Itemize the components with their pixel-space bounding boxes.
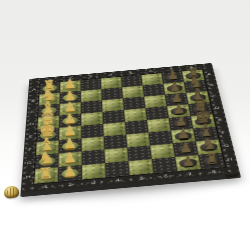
coordinate-label: E	[24, 130, 37, 144]
square-d3[interactable]	[81, 112, 103, 126]
board-grid: ♜♟♟♜♞♟♟♞♝♟♟♝♛♟♟♛♚♟♟♚♝♟♟♝♞♟♟♞♜♟♟♜	[34, 70, 225, 184]
coordinate-label: C	[26, 106, 38, 119]
square-d4[interactable]	[102, 110, 125, 124]
square-f4[interactable]	[104, 135, 128, 150]
coordinate-label: D	[25, 118, 38, 131]
photo-backdrop: 12345678 12345678 ABCDEFGH ABCDEFGH ♜♟♟♜…	[0, 0, 250, 250]
square-c4[interactable]	[102, 98, 124, 111]
coordinate-label: A	[28, 84, 40, 96]
square-c6[interactable]	[144, 95, 167, 108]
square-g6[interactable]	[150, 144, 175, 160]
coordinate-label: H	[21, 169, 35, 185]
board-frame: 12345678 12345678 ABCDEFGH ABCDEFGH ♜♟♟♜…	[21, 63, 240, 193]
square-h6[interactable]	[152, 157, 178, 173]
black-rook[interactable]: ♜	[205, 150, 220, 166]
coordinate-label: G	[22, 156, 36, 171]
square-d5[interactable]	[124, 108, 147, 122]
white-rook[interactable]: ♜	[38, 165, 53, 181]
square-h3[interactable]	[82, 163, 106, 179]
coordinate-label: C	[207, 90, 221, 102]
coordinate-label: F	[23, 142, 36, 156]
square-e4[interactable]	[103, 122, 126, 136]
square-f3[interactable]	[81, 136, 104, 151]
square-h5[interactable]	[128, 159, 153, 175]
square-h8[interactable]: ♜	[198, 153, 225, 169]
chess-board: 12345678 12345678 ABCDEFGH ABCDEFGH ♜♟♟♜…	[21, 63, 240, 193]
coordinate-label: B	[27, 95, 39, 107]
square-h4[interactable]	[105, 161, 130, 177]
square-h7[interactable]: ♟	[175, 155, 201, 171]
black-pawn[interactable]: ♟	[181, 153, 195, 168]
white-pawn[interactable]: ♟	[63, 164, 77, 179]
square-h2[interactable]: ♟	[58, 165, 82, 181]
square-h1[interactable]: ♜	[34, 167, 58, 183]
square-f6[interactable]	[148, 131, 172, 146]
